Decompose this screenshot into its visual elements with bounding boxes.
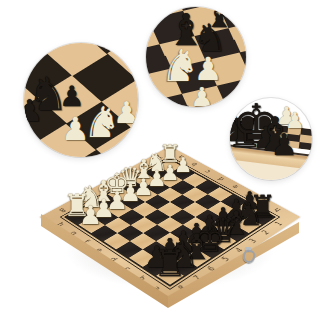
inset-piece-black-pawn: ♟ [59,83,84,111]
coord-label: h [272,207,282,213]
coord-label: 2 [261,230,271,236]
coord-label: e [230,184,239,189]
inset-piece-white-pawn: ♟ [113,99,138,129]
metal-clasp-icon [243,247,253,260]
coord-label: b [190,162,199,167]
inset-photo-3[interactable]: ♞♜♚♟♝♟♟♟ [230,98,312,180]
product-photo: ♞♟♟♟♞♟ ♝♝♞♞♟♟ ♞♜♚♟♝♟♟♟ hgfedcba hgfedcba… [0,0,320,320]
inset-photo-1[interactable]: ♞♟♟♟♞♟ [24,43,138,157]
coord-label: 3 [248,238,258,244]
inset-piece-black-pawn: ♟ [271,130,298,160]
inset-photo-2[interactable]: ♝♝♞♞♟♟ [146,7,246,107]
inset-piece-black-pawn: ♟ [24,96,43,126]
inset-pieces: ♞♜♚♟♝♟♟♟ [230,98,312,180]
coord-label: d [216,176,225,181]
coord-label: g [257,199,267,205]
inset-piece-white-pawn: ♟ [190,84,213,107]
coord-label: a [176,155,185,160]
inset-pieces: ♝♝♞♞♟♟ [146,7,246,107]
inset-piece-white-pawn: ♟ [194,53,223,85]
coord-label: c [203,169,212,174]
inset-piece-white-pawn: ♟ [285,110,305,132]
coord-label: f [244,192,252,197]
inset-pieces: ♞♟♟♟♞♟ [24,43,138,157]
coord-label: 1 [274,221,284,227]
